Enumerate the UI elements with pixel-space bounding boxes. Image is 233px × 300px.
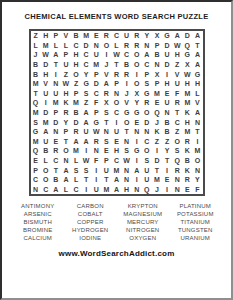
grid-cell: R xyxy=(172,165,182,175)
grid-cell: T xyxy=(101,117,111,127)
grid-cell: C xyxy=(142,60,152,70)
grid-cell: G xyxy=(132,146,142,156)
grid-cell: C xyxy=(31,175,41,185)
grid-cell: X xyxy=(182,60,192,70)
grid-cell: W xyxy=(172,41,182,51)
grid-cell: C xyxy=(51,156,61,166)
grid-cell: N xyxy=(152,60,162,70)
grid-cell: I xyxy=(91,175,101,185)
grid-cell: Y xyxy=(61,117,71,127)
grid-cell: N xyxy=(122,136,132,146)
grid-cell: P xyxy=(61,127,71,137)
grid-cell: A xyxy=(192,108,202,118)
grid-cell: V xyxy=(192,98,202,108)
grid-cell: R xyxy=(111,69,121,79)
grid-cell: S xyxy=(101,136,111,146)
word-list-item: COBALT xyxy=(66,210,115,218)
grid-cell: L xyxy=(61,184,71,194)
grid-cell: L xyxy=(71,175,81,185)
word-list-item: NITROGEN xyxy=(119,226,168,234)
grid-cell: K xyxy=(182,146,192,156)
word-search-grid: ZHPVBMERCURYXGADALMLLCDNOLRRNPDWQTJWAPHC… xyxy=(29,29,205,196)
grid-cell: G xyxy=(192,69,202,79)
grid-cell: A xyxy=(172,31,182,41)
grid-cell: B xyxy=(31,60,41,70)
grid-cell: Q xyxy=(172,156,182,166)
grid-cell: U xyxy=(111,127,121,137)
grid-cell: E xyxy=(51,136,61,146)
word-list-item: PLATINUM xyxy=(171,202,220,210)
grid-cell: H xyxy=(182,79,192,89)
grid-cell: N xyxy=(51,79,61,89)
word-list-item: MERCURY xyxy=(119,218,168,226)
grid-cell: A xyxy=(111,184,121,194)
grid-cell: T xyxy=(51,165,61,175)
grid-cell: A xyxy=(51,50,61,60)
grid-cell: O xyxy=(41,175,51,185)
grid-cell: E xyxy=(162,89,172,99)
grid-cell: I xyxy=(162,69,172,79)
grid-cell: D xyxy=(71,117,81,127)
grid-cell: E xyxy=(91,31,101,41)
grid-cell: R xyxy=(101,31,111,41)
grid-cell: L xyxy=(51,41,61,51)
grid-cell: X xyxy=(152,69,162,79)
grid-cell: C xyxy=(71,41,81,51)
grid-cell: A xyxy=(192,31,202,41)
grid-cell: P xyxy=(101,156,111,166)
word-list-column: KRYPTONMAGNESIUMMERCURYNITROGENOXYGEN xyxy=(119,202,168,242)
grid-cell: Y xyxy=(142,31,152,41)
grid-cell: P xyxy=(91,108,101,118)
grid-cell: W xyxy=(111,50,121,60)
grid-cell: T xyxy=(162,156,172,166)
word-list-item: BROMINE xyxy=(14,226,63,234)
grid-cell: L xyxy=(61,41,71,51)
grid-cell: U xyxy=(122,31,132,41)
grid-cell: R xyxy=(182,175,192,185)
grid-cell: E xyxy=(182,184,192,194)
footer-url[interactable]: www.WordSearchAddict.com xyxy=(2,249,231,258)
grid-cell: N xyxy=(31,184,41,194)
grid-cell: M xyxy=(152,89,162,99)
grid-cell: S xyxy=(101,108,111,118)
grid-cell: T xyxy=(81,175,91,185)
grid-cell: O xyxy=(71,69,81,79)
word-list-item: TITANIUM xyxy=(171,218,220,226)
word-list-item: CALCIUM xyxy=(14,234,63,242)
grid-cell: O xyxy=(172,136,182,146)
grid-cell: M xyxy=(31,79,41,89)
grid-cell: Z xyxy=(31,31,41,41)
grid-cell: I xyxy=(162,165,172,175)
grid-cell: U xyxy=(162,98,172,108)
grid-cell: C xyxy=(81,60,91,70)
grid-cell: A xyxy=(142,50,152,60)
grid-cell: R xyxy=(61,108,71,118)
grid-cell: L xyxy=(111,41,121,51)
grid-cell: S xyxy=(81,89,91,99)
grid-cell: M xyxy=(182,98,192,108)
grid-cell: N xyxy=(91,146,101,156)
grid-cell: T xyxy=(111,60,121,70)
grid-cell: X xyxy=(132,89,142,99)
grid-cell: L xyxy=(71,156,81,166)
word-list-item: URANIUM xyxy=(171,234,220,242)
grid-cell: U xyxy=(41,136,51,146)
grid-cell: Q xyxy=(152,108,162,118)
grid-cell: C xyxy=(111,108,121,118)
grid-cell: G xyxy=(122,108,132,118)
grid-cell: A xyxy=(111,175,121,185)
grid-cell: U xyxy=(91,50,101,60)
grid-cell: H xyxy=(182,117,192,127)
word-list-item: COPPER xyxy=(66,218,115,226)
grid-cell: H xyxy=(61,89,71,99)
grid-cell: B xyxy=(152,50,162,60)
grid-cell: R xyxy=(142,98,152,108)
word-list-column: ANTIMONYARSENICBISMUTHBROMINECALCIUM xyxy=(14,202,63,242)
grid-cell: Y xyxy=(162,146,172,156)
grid-cell: T xyxy=(192,127,202,137)
word-list-item: IODINE xyxy=(66,234,115,242)
grid-cell: T xyxy=(152,165,162,175)
grid-cell: B xyxy=(41,146,51,156)
grid-cell: M xyxy=(182,127,192,137)
grid-cell: T xyxy=(101,175,111,185)
grid-cell: P xyxy=(91,69,101,79)
grid-cell: O xyxy=(122,117,132,127)
grid-cell: A xyxy=(132,165,142,175)
grid-cell: A xyxy=(101,79,111,89)
grid-cell: H xyxy=(162,79,172,89)
grid-cell: G xyxy=(162,31,172,41)
grid-cell: C xyxy=(81,50,91,60)
grid-cell: L xyxy=(41,156,51,166)
grid-cell: D xyxy=(41,108,51,118)
grid-cell: D xyxy=(51,117,61,127)
grid-cell: I xyxy=(152,146,162,156)
grid-cell: V xyxy=(41,79,51,89)
grid-cell: U xyxy=(81,127,91,137)
grid-cell: A xyxy=(81,108,91,118)
grid-cell: R xyxy=(122,41,132,51)
grid-cell: E xyxy=(152,98,162,108)
grid-cell: O xyxy=(132,60,142,70)
grid-cell: R xyxy=(122,69,132,79)
grid-cell: M xyxy=(31,108,41,118)
grid-cell: I xyxy=(132,175,142,185)
grid-cell: N xyxy=(162,108,172,118)
grid-cell: W xyxy=(61,79,71,89)
grid-cell: D xyxy=(162,41,172,51)
grid-cell: S xyxy=(81,165,91,175)
grid-cell: A xyxy=(61,165,71,175)
grid-cell: O xyxy=(101,41,111,51)
grid-cell: O xyxy=(132,79,142,89)
grid-cell: P xyxy=(142,69,152,79)
grid-cell: J xyxy=(152,117,162,127)
grid-cell: B xyxy=(31,69,41,79)
grid-cell: S xyxy=(142,156,152,166)
grid-cell: P xyxy=(152,79,162,89)
word-list-item: ANTIMONY xyxy=(14,202,63,210)
grid-cell: H xyxy=(41,31,51,41)
grid-cell: E xyxy=(132,117,142,127)
word-list-item: OXYGEN xyxy=(119,234,168,242)
grid-cell: G xyxy=(91,117,101,127)
grid-cell: G xyxy=(81,79,91,89)
puzzle-title: CHEMICAL ELEMENTS WORD SEARCH PUZZLE xyxy=(2,12,231,21)
grid-cell: Y xyxy=(192,175,202,185)
word-list-item: CARBON xyxy=(66,202,115,210)
grid-cell: M xyxy=(41,117,51,127)
grid-cell: P xyxy=(111,79,121,89)
grid-cell: H xyxy=(71,50,81,60)
grid-cell: S xyxy=(31,117,41,127)
grid-cell: H xyxy=(172,50,182,60)
grid-cell: F xyxy=(91,156,101,166)
grid-cell: O xyxy=(111,98,121,108)
grid-cell: Z xyxy=(172,127,182,137)
grid-cell: E xyxy=(111,136,121,146)
grid-cell: J xyxy=(122,89,132,99)
grid-cell: O xyxy=(142,108,152,118)
grid-cell: N xyxy=(172,184,182,194)
grid-cell: O xyxy=(41,165,51,175)
puzzle-page: CHEMICAL ELEMENTS WORD SEARCH PUZZLE ZHP… xyxy=(0,0,233,300)
grid-cell: I xyxy=(81,146,91,156)
grid-cell: M xyxy=(81,31,91,41)
grid-cell: H xyxy=(192,79,202,89)
grid-cell: L xyxy=(31,41,41,51)
grid-cell: I xyxy=(162,184,172,194)
word-list-item: ARSENIC xyxy=(14,210,63,218)
grid-cell: R xyxy=(132,41,142,51)
grid-cell: Q xyxy=(182,41,192,51)
grid-cell: N xyxy=(142,127,152,137)
grid-cell: I xyxy=(51,69,61,79)
word-list-item: BISMUTH xyxy=(14,218,63,226)
grid-cell: T xyxy=(51,60,61,70)
grid-cell: U xyxy=(162,50,172,60)
grid-cell: B xyxy=(71,31,81,41)
grid-cell: D xyxy=(142,117,152,127)
grid-cell: S xyxy=(71,165,81,175)
grid-cell: D xyxy=(41,60,51,70)
grid-cell: T xyxy=(31,89,41,99)
word-list: ANTIMONYARSENICBISMUTHBROMINECALCIUMCARB… xyxy=(14,202,220,242)
grid-cell: M xyxy=(91,60,101,70)
grid-cell: U xyxy=(61,60,71,70)
word-list-item: KRYPTON xyxy=(119,202,168,210)
grid-cell: U xyxy=(172,79,182,89)
grid-cell: N xyxy=(111,89,121,99)
grid-cell: B xyxy=(71,108,81,118)
grid-cell: A xyxy=(51,184,61,194)
grid-cell: N xyxy=(122,175,132,185)
grid-cell: M xyxy=(41,41,51,51)
word-list-item: MAGNESIUM xyxy=(119,210,168,218)
grid-cell: I xyxy=(132,69,142,79)
grid-cell: U xyxy=(51,89,61,99)
grid-cell: R xyxy=(182,136,192,146)
grid-cell: B xyxy=(122,60,132,70)
grid-cell: N xyxy=(142,41,152,51)
grid-cell: I xyxy=(101,50,111,60)
grid-cell: E xyxy=(162,175,172,185)
grid-cell: R xyxy=(101,89,111,99)
grid-cell: Q xyxy=(31,146,41,156)
grid-cell: R xyxy=(132,31,142,41)
grid-cell: B xyxy=(162,127,172,137)
word-list-item: HYDROGEN xyxy=(66,226,115,234)
grid-cell: J xyxy=(101,60,111,70)
grid-cell: X xyxy=(101,98,111,108)
grid-cell: I xyxy=(41,98,51,108)
grid-cell: U xyxy=(142,175,152,185)
grid-cell: Q xyxy=(31,98,41,108)
grid-cell: H xyxy=(111,146,121,156)
grid-cell: N xyxy=(91,41,101,51)
grid-cell: R xyxy=(172,98,182,108)
grid-cell: R xyxy=(51,146,61,156)
grid-cell: A xyxy=(41,127,51,137)
grid-cell: Y xyxy=(81,69,91,79)
grid-cell: F xyxy=(192,184,202,194)
grid-cell: M xyxy=(101,184,111,194)
grid-cell: R xyxy=(71,127,81,137)
grid-cell: I xyxy=(81,184,91,194)
grid-cell: M xyxy=(31,136,41,146)
grid-cell: C xyxy=(71,184,81,194)
grid-cell: A xyxy=(81,136,91,146)
grid-cell: O xyxy=(192,156,202,166)
grid-cell: N xyxy=(132,184,142,194)
grid-cell: A xyxy=(71,136,81,146)
word-list-item: POTASSIUM xyxy=(171,210,220,218)
grid-cell: O xyxy=(132,50,142,60)
grid-cell: N xyxy=(61,156,71,166)
grid-cell: C xyxy=(122,50,132,60)
grid-cell: M xyxy=(71,98,81,108)
grid-cell: W xyxy=(91,127,101,137)
grid-cell: E xyxy=(101,146,111,156)
grid-cell: P xyxy=(51,31,61,41)
grid-cell: D xyxy=(152,156,162,166)
grid-cell: V xyxy=(61,31,71,41)
word-list-column: PLATINUMPOTASSIUMTITANIUMTUNGSTENURANIUM xyxy=(171,202,220,242)
grid-cell: I xyxy=(91,165,101,175)
grid-cell: F xyxy=(172,89,182,99)
grid-cell: D xyxy=(91,79,101,89)
grid-cell: K xyxy=(182,108,192,118)
grid-cell: M xyxy=(71,146,81,156)
grid-cell: Z xyxy=(172,60,182,70)
grid-cell: C xyxy=(111,156,121,166)
grid-cell: N xyxy=(132,127,142,137)
grid-cell: I xyxy=(132,156,142,166)
grid-cell: Y xyxy=(132,98,142,108)
grid-cell: S xyxy=(122,146,132,156)
grid-cell: A xyxy=(192,50,202,60)
grid-cell: Z xyxy=(61,69,71,79)
word-list-column: CARBONCOBALTCOPPERHYDROGENIODINE xyxy=(66,202,115,242)
grid-cell: W xyxy=(41,50,51,60)
grid-cell: N xyxy=(172,175,182,185)
grid-cell: K xyxy=(182,165,192,175)
grid-cell: I xyxy=(122,79,132,89)
grid-cell: M xyxy=(182,89,192,99)
grid-cell: L xyxy=(192,89,202,99)
grid-cell: P xyxy=(152,41,162,51)
grid-cell: I xyxy=(132,136,142,146)
grid-cell: J xyxy=(31,50,41,60)
grid-cell: T xyxy=(61,136,71,146)
grid-cell: P xyxy=(61,50,71,60)
grid-cell: D xyxy=(182,31,192,41)
grid-cell: G xyxy=(132,108,142,118)
grid-cell: I xyxy=(192,136,202,146)
grid-cell: K xyxy=(61,98,71,108)
word-list-item: TUNGSTEN xyxy=(171,226,220,234)
grid-cell: C xyxy=(142,136,152,146)
grid-cell: U xyxy=(41,89,51,99)
grid-cell: O xyxy=(61,146,71,156)
grid-cell: A xyxy=(81,117,91,127)
grid-cell: U xyxy=(142,165,152,175)
grid-cell: M xyxy=(152,175,162,185)
grid-cell: M xyxy=(192,146,202,156)
grid-cell: C xyxy=(111,31,121,41)
grid-cell: O xyxy=(142,146,152,156)
grid-cell: N xyxy=(51,127,61,137)
grid-cell: S xyxy=(172,146,182,156)
grid-cell: D xyxy=(81,41,91,51)
grid-cell: H xyxy=(122,184,132,194)
grid-cell: P xyxy=(31,165,41,175)
grid-cell: G xyxy=(182,50,192,60)
grid-cell: F xyxy=(91,98,101,108)
grid-cell: W xyxy=(81,156,91,166)
grid-cell: W xyxy=(182,69,192,79)
grid-cell: T xyxy=(122,127,132,137)
grid-cell: C xyxy=(41,184,51,194)
grid-cell: D xyxy=(162,60,172,70)
grid-cell: V xyxy=(101,69,111,79)
grid-cell: K xyxy=(152,127,162,137)
grid-cell: P xyxy=(51,108,61,118)
grid-cell: U xyxy=(91,184,101,194)
grid-cell: Z xyxy=(152,136,162,146)
grid-cell: N xyxy=(192,117,202,127)
grid-cell: U xyxy=(101,165,111,175)
grid-cell: V xyxy=(122,98,132,108)
grid-cell: M xyxy=(111,165,121,175)
grid-cell: P xyxy=(71,89,81,99)
grid-cell: X xyxy=(152,31,162,41)
grid-cell: I xyxy=(111,117,121,127)
grid-cell: J xyxy=(152,184,162,194)
grid-cell: M xyxy=(51,98,61,108)
grid-cell: N xyxy=(192,165,202,175)
grid-cell: B xyxy=(162,117,172,127)
grid-cell: T xyxy=(172,108,182,118)
grid-cell: Z xyxy=(71,79,81,89)
grid-cell: Z xyxy=(162,136,172,146)
grid-cell: G xyxy=(142,89,152,99)
grid-cell: G xyxy=(31,127,41,137)
